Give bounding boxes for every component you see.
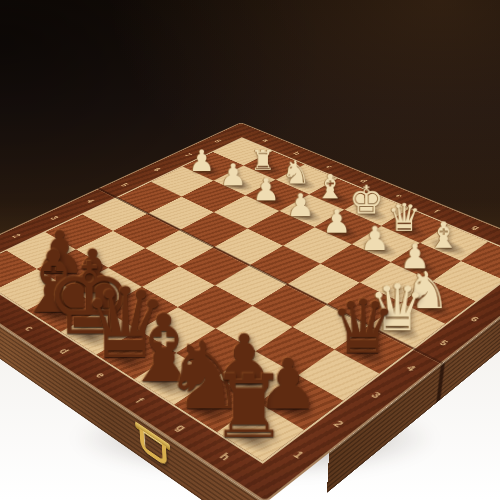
light-rook-b8[interactable]: ♜ [250, 146, 275, 174]
square-e4[interactable] [215, 265, 288, 306]
product-photo-frame: abcdefgh abcdefgh 87654321 87654321 ♜♞♝♚… [0, 0, 500, 500]
light-pawn-f7[interactable]: ♟ [360, 222, 390, 255]
light-pawn-a7[interactable]: ♟ [188, 146, 215, 176]
light-pawn-e7[interactable]: ♟ [322, 205, 351, 237]
light-bishop-d8[interactable]: ♝ [315, 170, 345, 204]
light-queen-f8[interactable]: ♛ [387, 198, 421, 236]
light-king-e8[interactable]: ♚ [349, 181, 384, 220]
light-pawn-d7[interactable]: ♟ [286, 189, 314, 221]
light-pawn-b7[interactable]: ♟ [219, 159, 246, 189]
dark-queen-h4[interactable]: ♛ [330, 291, 397, 365]
light-knight-c8[interactable]: ♞ [282, 157, 311, 189]
light-pawn-c7[interactable]: ♟ [252, 174, 280, 205]
light-bishop-g8[interactable]: ♝ [428, 218, 460, 254]
dark-rook-h1[interactable]: ♜ [209, 363, 287, 450]
